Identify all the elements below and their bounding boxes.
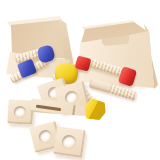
nut-plate-5 bbox=[53, 126, 86, 158]
wrench-seam bbox=[72, 105, 75, 116]
right-box-notch bbox=[102, 32, 132, 48]
nut-plate-3 bbox=[7, 99, 33, 124]
wrench-slot bbox=[36, 105, 61, 111]
nut-plate-3-hole bbox=[14, 106, 27, 119]
product-photo bbox=[0, 0, 160, 160]
nut-plate-5-hole bbox=[61, 134, 77, 150]
nut-plate-4-hole bbox=[37, 129, 53, 145]
